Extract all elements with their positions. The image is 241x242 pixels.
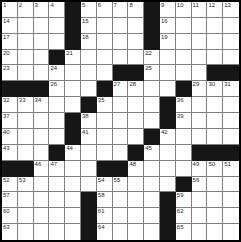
white-cell-r2c11[interactable]: 16 [160,18,176,34]
black-cell-r3c10 [144,34,160,50]
clue-number-57: 57 [3,192,10,199]
white-cell-r11c6[interactable] [81,161,97,177]
white-cell-r3c8[interactable] [113,34,129,50]
white-cell-r9c7[interactable] [97,129,113,145]
white-cell-r6c14[interactable]: 30 [207,81,223,97]
white-cell-r13c12[interactable]: 59 [176,192,192,208]
white-cell-r4c10[interactable]: 22 [144,50,160,66]
white-cell-r10c7[interactable] [97,145,113,161]
white-cell-r2c6[interactable]: 15 [81,18,97,34]
white-cell-r6c8[interactable]: 27 [113,81,129,97]
white-cell-r14c9[interactable] [128,208,144,224]
white-cell-r13c15[interactable] [223,192,239,208]
white-cell-r15c2[interactable] [18,224,34,240]
clue-number-14: 14 [3,18,10,25]
white-cell-r4c13[interactable] [192,50,208,66]
white-cell-r12c1[interactable]: 52 [2,177,18,193]
white-cell-r8c14[interactable] [207,113,223,129]
white-cell-r10c6[interactable] [81,145,97,161]
clue-number-41: 41 [82,129,89,136]
white-cell-r14c13[interactable] [192,208,208,224]
clue-number-2: 2 [19,2,22,9]
clue-number-23: 23 [3,65,10,72]
white-cell-r14c10[interactable] [144,208,160,224]
clue-number-12: 12 [208,2,215,9]
white-cell-r7c8[interactable] [113,97,129,113]
white-cell-r3c11[interactable]: 19 [160,34,176,50]
clue-number-32: 32 [3,97,10,104]
white-cell-r3c3[interactable] [34,34,50,50]
white-cell-r3c12[interactable] [176,34,192,50]
white-cell-r15c9[interactable] [128,224,144,240]
white-cell-r12c2[interactable]: 53 [18,177,34,193]
black-cell-r10c15 [223,145,239,161]
white-cell-r2c2[interactable] [18,18,34,34]
white-cell-r3c6[interactable]: 18 [81,34,97,50]
clue-number-54: 54 [98,177,105,184]
black-cell-r15c11 [160,224,176,240]
white-cell-r9c14[interactable] [207,129,223,145]
white-cell-r3c2[interactable] [18,34,34,50]
clue-number-17: 17 [3,34,10,41]
white-cell-r15c15[interactable] [223,224,239,240]
white-cell-r13c4[interactable] [49,192,65,208]
white-cell-r1c13[interactable]: 11 [192,2,208,18]
black-cell-r13c6 [81,192,97,208]
clue-number-45: 45 [145,145,152,152]
white-cell-r8c1[interactable]: 37 [2,113,18,129]
white-cell-r7c13[interactable] [192,97,208,113]
black-cell-r8c5 [65,113,81,129]
white-cell-r4c5[interactable]: 21 [65,50,81,66]
clue-number-19: 19 [161,34,168,41]
clue-number-42: 42 [161,129,168,136]
white-cell-r11c9[interactable]: 48 [128,161,144,177]
white-cell-r8c6[interactable]: 38 [81,113,97,129]
white-cell-r13c2[interactable] [18,192,34,208]
white-cell-r13c7[interactable]: 58 [97,192,113,208]
black-cell-r2c10 [144,18,160,34]
black-cell-r8c11 [160,113,176,129]
clue-number-43: 43 [3,145,10,152]
white-cell-r15c7[interactable]: 64 [97,224,113,240]
white-cell-r1c4[interactable]: 4 [49,2,65,18]
crossword-grid: 1234567891011121314151617181920212223242… [0,0,241,242]
white-cell-r2c4[interactable] [49,18,65,34]
white-cell-r4c15[interactable] [223,50,239,66]
white-cell-r5c7[interactable] [97,65,113,81]
white-cell-r10c8[interactable] [113,145,129,161]
white-cell-r7c4[interactable] [49,97,65,113]
white-cell-r1c8[interactable]: 7 [113,2,129,18]
white-cell-r2c1[interactable]: 14 [2,18,18,34]
black-cell-r15c6 [81,224,97,240]
white-cell-r3c13[interactable] [192,34,208,50]
black-cell-r6c7 [97,81,113,97]
clue-number-24: 24 [50,65,57,72]
black-cell-r6c1 [2,81,18,97]
white-cell-r3c14[interactable] [207,34,223,50]
white-cell-r1c2[interactable]: 2 [18,2,34,18]
white-cell-r7c1[interactable]: 32 [2,97,18,113]
black-cell-r11c2 [18,161,34,177]
black-cell-r2c5 [65,18,81,34]
clue-number-18: 18 [82,34,89,41]
white-cell-r10c5[interactable]: 44 [65,145,81,161]
white-cell-r14c8[interactable] [113,208,129,224]
clue-number-27: 27 [114,81,121,88]
white-cell-r4c7[interactable] [97,50,113,66]
white-cell-r12c3[interactable] [34,177,50,193]
black-cell-r10c14 [207,145,223,161]
clue-number-46: 46 [35,161,42,168]
black-cell-r5c9 [128,65,144,81]
black-cell-r10c9 [128,145,144,161]
clue-number-25: 25 [145,65,152,72]
white-cell-r6c4[interactable]: 26 [49,81,65,97]
white-cell-r9c3[interactable] [34,129,50,145]
white-cell-r1c3[interactable]: 3 [34,2,50,18]
clue-number-37: 37 [3,113,10,120]
clue-number-8: 8 [129,2,132,9]
white-cell-r1c6[interactable]: 5 [81,2,97,18]
white-cell-r14c7[interactable]: 61 [97,208,113,224]
clue-number-29: 29 [193,81,200,88]
black-cell-r11c1 [2,161,18,177]
white-cell-r13c5[interactable] [65,192,81,208]
white-cell-r5c13[interactable] [192,65,208,81]
clue-number-6: 6 [98,2,101,9]
white-cell-r8c9[interactable] [128,113,144,129]
white-cell-r7c2[interactable]: 33 [18,97,34,113]
white-cell-r9c12[interactable] [176,129,192,145]
white-cell-r14c15[interactable] [223,208,239,224]
white-cell-r7c7[interactable]: 35 [97,97,113,113]
white-cell-r12c11[interactable] [160,177,176,193]
white-cell-r11c5[interactable] [65,161,81,177]
clue-number-10: 10 [177,2,184,9]
clue-number-59: 59 [177,192,184,199]
white-cell-r10c2[interactable] [18,145,34,161]
clue-number-58: 58 [98,192,105,199]
clue-number-28: 28 [129,81,136,88]
clue-number-52: 52 [3,177,10,184]
white-cell-r4c8[interactable] [113,50,129,66]
clue-number-11: 11 [193,2,199,9]
white-cell-r15c5[interactable] [65,224,81,240]
white-cell-r3c15[interactable] [223,34,239,50]
white-cell-r13c13[interactable] [192,192,208,208]
white-cell-r12c14[interactable] [207,177,223,193]
white-cell-r5c11[interactable] [160,65,176,81]
clue-number-7: 7 [114,2,117,9]
white-cell-r8c7[interactable] [97,113,113,129]
clue-number-26: 26 [50,81,57,88]
clue-number-4: 4 [50,2,53,9]
clue-number-48: 48 [129,161,136,168]
white-cell-r10c12[interactable] [176,145,192,161]
white-cell-r15c1[interactable]: 63 [2,224,18,240]
white-cell-r12c13[interactable]: 56 [192,177,208,193]
clue-number-39: 39 [177,113,184,120]
clue-number-62: 62 [177,208,184,215]
black-cell-r5c8 [113,65,129,81]
clue-number-53: 53 [19,177,26,184]
white-cell-r13c8[interactable] [113,192,129,208]
white-cell-r11c15[interactable]: 51 [223,161,239,177]
white-cell-r9c13[interactable] [192,129,208,145]
white-cell-r6c10[interactable] [144,81,160,97]
white-cell-r12c10[interactable] [144,177,160,193]
white-cell-r13c3[interactable] [34,192,50,208]
white-cell-r5c4[interactable]: 24 [49,65,65,81]
white-cell-r11c3[interactable]: 46 [34,161,50,177]
white-cell-r15c3[interactable] [34,224,50,240]
white-cell-r6c6[interactable] [81,81,97,97]
clue-number-30: 30 [208,81,215,88]
white-cell-r8c2[interactable] [18,113,34,129]
white-cell-r12c15[interactable] [223,177,239,193]
white-cell-r8c13[interactable] [192,113,208,129]
white-cell-r13c10[interactable] [144,192,160,208]
clue-number-49: 49 [193,161,200,168]
white-cell-r9c8[interactable] [113,129,129,145]
clue-number-22: 22 [145,50,152,57]
clue-number-36: 36 [177,97,184,104]
black-cell-r10c4 [49,145,65,161]
white-cell-r4c11[interactable] [160,50,176,66]
clue-number-3: 3 [35,2,38,9]
white-cell-r4c3[interactable] [34,50,50,66]
black-cell-r6c2 [18,81,34,97]
black-cell-r13c11 [160,192,176,208]
clue-number-21: 21 [66,50,73,57]
white-cell-r3c9[interactable] [128,34,144,50]
white-cell-r6c9[interactable]: 28 [128,81,144,97]
clue-number-60: 60 [3,208,10,215]
white-cell-r1c14[interactable]: 12 [207,2,223,18]
white-cell-r5c2[interactable] [18,65,34,81]
white-cell-r10c10[interactable]: 45 [144,145,160,161]
white-cell-r14c3[interactable] [34,208,50,224]
white-cell-r7c10[interactable] [144,97,160,113]
black-cell-r6c12 [176,81,192,97]
white-cell-r9c11[interactable]: 42 [160,129,176,145]
white-cell-r8c3[interactable] [34,113,50,129]
black-cell-r1c5 [65,2,81,18]
black-cell-r14c6 [81,208,97,224]
white-cell-r9c4[interactable] [49,129,65,145]
white-cell-r2c15[interactable] [223,18,239,34]
white-cell-r3c4[interactable] [49,34,65,50]
white-cell-r7c14[interactable] [207,97,223,113]
white-cell-r5c5[interactable] [65,65,81,81]
white-cell-r2c7[interactable] [97,18,113,34]
white-cell-r12c9[interactable] [128,177,144,193]
white-cell-r4c6[interactable] [81,50,97,66]
white-cell-r10c1[interactable]: 43 [2,145,18,161]
black-cell-r9c10 [144,129,160,145]
clue-number-47: 47 [50,161,57,168]
clue-number-50: 50 [208,161,215,168]
clue-number-16: 16 [161,18,168,25]
white-cell-r15c4[interactable] [49,224,65,240]
white-cell-r12c8[interactable]: 55 [113,177,129,193]
white-cell-r6c15[interactable]: 31 [223,81,239,97]
clue-number-61: 61 [98,208,105,215]
white-cell-r14c5[interactable] [65,208,81,224]
black-cell-r7c6 [81,97,97,113]
white-cell-r4c1[interactable]: 20 [2,50,18,66]
white-cell-r2c12[interactable] [176,18,192,34]
black-cell-r4c4 [49,50,65,66]
white-cell-r12c6[interactable] [81,177,97,193]
white-cell-r6c13[interactable]: 29 [192,81,208,97]
white-cell-r7c12[interactable]: 36 [176,97,192,113]
white-cell-r6c11[interactable] [160,81,176,97]
clue-number-65: 65 [177,224,184,231]
clue-number-63: 63 [3,224,10,231]
black-cell-r5c14 [207,65,223,81]
white-cell-r8c15[interactable] [223,113,239,129]
black-cell-r11c8 [113,161,129,177]
clue-number-35: 35 [98,97,105,104]
white-cell-r15c12[interactable]: 65 [176,224,192,240]
white-cell-r2c13[interactable] [192,18,208,34]
white-cell-r11c14[interactable]: 50 [207,161,223,177]
black-cell-r6c3 [34,81,50,97]
black-cell-r12c12 [176,177,192,193]
clue-number-9: 9 [161,2,164,9]
white-cell-r14c14[interactable] [207,208,223,224]
white-cell-r5c1[interactable]: 23 [2,65,18,81]
clue-number-13: 13 [224,2,231,9]
white-cell-r3c1[interactable]: 17 [2,34,18,50]
white-cell-r5c3[interactable] [34,65,50,81]
clue-number-33: 33 [19,97,26,104]
white-cell-r1c7[interactable]: 6 [97,2,113,18]
white-cell-r1c12[interactable]: 10 [176,2,192,18]
black-cell-r3c5 [65,34,81,50]
white-cell-r7c5[interactable] [65,97,81,113]
white-cell-r2c14[interactable] [207,18,223,34]
white-cell-r11c11[interactable] [160,161,176,177]
white-cell-r13c1[interactable]: 57 [2,192,18,208]
white-cell-r1c15[interactable]: 13 [223,2,239,18]
clue-number-38: 38 [82,113,89,120]
black-cell-r5c15 [223,65,239,81]
white-cell-r1c9[interactable]: 8 [128,2,144,18]
white-cell-r14c2[interactable] [18,208,34,224]
white-cell-r15c8[interactable] [113,224,129,240]
clue-number-20: 20 [3,50,10,57]
white-cell-r9c1[interactable]: 40 [2,129,18,145]
black-cell-r14c11 [160,208,176,224]
white-cell-r8c4[interactable] [49,113,65,129]
white-cell-r15c10[interactable] [144,224,160,240]
white-cell-r4c9[interactable] [128,50,144,66]
white-cell-r2c8[interactable] [113,18,129,34]
white-cell-r5c12[interactable] [176,65,192,81]
clue-number-34: 34 [35,97,42,104]
white-cell-r10c3[interactable] [34,145,50,161]
white-cell-r2c9[interactable] [128,18,144,34]
clue-number-56: 56 [193,177,200,184]
white-cell-r1c1[interactable]: 1 [2,2,18,18]
white-cell-r14c1[interactable]: 60 [2,208,18,224]
white-cell-r5c10[interactable]: 25 [144,65,160,81]
clue-number-44: 44 [66,145,73,152]
clue-number-31: 31 [224,81,231,88]
white-cell-r8c8[interactable] [113,113,129,129]
white-cell-r5c6[interactable] [81,65,97,81]
black-cell-r9c5 [65,129,81,145]
white-cell-r8c12[interactable]: 39 [176,113,192,129]
white-cell-r9c6[interactable]: 41 [81,129,97,145]
white-cell-r12c7[interactable]: 54 [97,177,113,193]
white-cell-r2c3[interactable] [34,18,50,34]
white-cell-r4c2[interactable] [18,50,34,66]
white-cell-r11c10[interactable] [144,161,160,177]
clue-number-51: 51 [224,161,231,168]
white-cell-r4c12[interactable] [176,50,192,66]
white-cell-r11c12[interactable] [176,161,192,177]
black-cell-r10c13 [192,145,208,161]
white-cell-r7c9[interactable] [128,97,144,113]
clue-number-55: 55 [114,177,121,184]
clue-number-40: 40 [3,129,10,136]
white-cell-r11c13[interactable]: 49 [192,161,208,177]
white-cell-r13c14[interactable] [207,192,223,208]
white-cell-r12c4[interactable] [49,177,65,193]
white-cell-r9c2[interactable] [18,129,34,145]
white-cell-r11c4[interactable]: 47 [49,161,65,177]
white-cell-r8c10[interactable] [144,113,160,129]
white-cell-r1c11[interactable]: 9 [160,2,176,18]
white-cell-r4c14[interactable] [207,50,223,66]
clue-number-5: 5 [82,2,85,9]
black-cell-r7c11 [160,97,176,113]
white-cell-r9c9[interactable] [128,129,144,145]
white-cell-r14c4[interactable] [49,208,65,224]
clue-number-64: 64 [98,224,105,231]
white-cell-r3c7[interactable] [97,34,113,50]
white-cell-r13c9[interactable] [128,192,144,208]
white-cell-r15c13[interactable] [192,224,208,240]
white-cell-r15c14[interactable] [207,224,223,240]
clue-number-1: 1 [3,2,6,9]
black-cell-r11c7 [97,161,113,177]
black-cell-r1c10 [144,2,160,18]
white-cell-r7c15[interactable] [223,97,239,113]
white-cell-r10c11[interactable] [160,145,176,161]
white-cell-r7c3[interactable]: 34 [34,97,50,113]
white-cell-r9c15[interactable] [223,129,239,145]
clue-number-15: 15 [82,18,89,25]
white-cell-r12c5[interactable] [65,177,81,193]
white-cell-r6c5[interactable] [65,81,81,97]
white-cell-r14c12[interactable]: 62 [176,208,192,224]
